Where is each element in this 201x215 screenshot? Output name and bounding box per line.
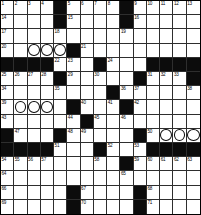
cell[interactable]: 56: [28, 157, 41, 171]
cell[interactable]: 13: [187, 1, 200, 15]
clue-number: 34: [2, 86, 7, 91]
cell[interactable]: [14, 29, 27, 43]
black-cell: [28, 143, 41, 157]
clue-number: 71: [147, 200, 152, 205]
cell[interactable]: 33: [173, 72, 186, 86]
cell[interactable]: [160, 15, 173, 29]
cell[interactable]: 29: [67, 72, 80, 86]
black-cell: [94, 58, 107, 72]
cell[interactable]: [54, 100, 67, 114]
cell[interactable]: [14, 44, 27, 58]
cell[interactable]: 31: [147, 72, 160, 86]
cell[interactable]: [28, 129, 41, 143]
clue-number: 14: [2, 15, 7, 20]
cell[interactable]: [41, 44, 54, 58]
black-cell: [54, 15, 67, 29]
circle-marker: [41, 101, 53, 113]
cell[interactable]: [147, 15, 160, 29]
cell[interactable]: 21: [81, 44, 94, 58]
black-cell: [67, 44, 80, 58]
cell[interactable]: 47: [14, 129, 27, 143]
black-cell: [160, 58, 173, 72]
cell[interactable]: 57: [41, 157, 54, 171]
cell[interactable]: [41, 200, 54, 214]
cell[interactable]: 61: [160, 157, 173, 171]
cell[interactable]: [94, 15, 107, 29]
clue-number: 40: [81, 100, 86, 105]
cell[interactable]: 54: [1, 157, 14, 171]
black-cell: [67, 186, 80, 200]
cell[interactable]: 53: [134, 143, 147, 157]
clue-number: 15: [68, 15, 73, 20]
cell[interactable]: [187, 129, 200, 143]
cell[interactable]: [173, 129, 186, 143]
cell[interactable]: [160, 129, 173, 143]
cell[interactable]: [147, 29, 160, 43]
cell[interactable]: [28, 44, 41, 58]
cell[interactable]: [187, 186, 200, 200]
cell[interactable]: 48: [67, 129, 80, 143]
black-cell: [173, 58, 186, 72]
clue-number: 67: [81, 186, 86, 191]
cell[interactable]: [147, 86, 160, 100]
black-cell: [107, 86, 120, 100]
cell[interactable]: 10: [147, 1, 160, 15]
cell[interactable]: 43: [1, 115, 14, 129]
cell[interactable]: [187, 115, 200, 129]
cell[interactable]: [173, 44, 186, 58]
black-cell: [54, 1, 67, 15]
cell[interactable]: 65: [120, 171, 133, 185]
cell[interactable]: 28: [41, 72, 54, 86]
cell[interactable]: [187, 29, 200, 43]
cell[interactable]: 41: [107, 100, 120, 114]
cell[interactable]: 62: [173, 157, 186, 171]
cell[interactable]: [81, 143, 94, 157]
circle-marker: [41, 44, 53, 56]
cell[interactable]: [147, 44, 160, 58]
cell[interactable]: [28, 29, 41, 43]
cell[interactable]: [107, 115, 120, 129]
clue-number: 10: [147, 1, 152, 6]
clue-number: 18: [55, 29, 60, 34]
clue-number: 2: [15, 1, 17, 6]
clue-number: 42: [134, 100, 139, 105]
black-cell: [134, 200, 147, 214]
cell[interactable]: 50: [147, 129, 160, 143]
black-cell: [134, 72, 147, 86]
clue-number: 52: [108, 143, 113, 148]
clue-number: 56: [28, 157, 33, 162]
cell[interactable]: [67, 29, 80, 43]
cell[interactable]: [94, 129, 107, 143]
clue-number: 30: [94, 72, 99, 77]
clue-number: 23: [68, 58, 73, 63]
black-cell: [160, 143, 173, 157]
cell[interactable]: [41, 29, 54, 43]
cell[interactable]: 64: [1, 171, 14, 185]
black-cell: [147, 143, 160, 157]
cell[interactable]: [41, 100, 54, 114]
black-cell: [1, 129, 14, 143]
cell[interactable]: 14: [1, 15, 14, 29]
cell[interactable]: [107, 72, 120, 86]
cell[interactable]: [81, 29, 94, 43]
clue-number: 54: [2, 157, 7, 162]
black-cell: [41, 58, 54, 72]
clue-number: 27: [28, 72, 33, 77]
cell[interactable]: [173, 200, 186, 214]
cell[interactable]: [54, 186, 67, 200]
black-cell: [120, 15, 133, 29]
cell[interactable]: 68: [147, 186, 160, 200]
cell[interactable]: 3: [28, 1, 41, 15]
cell[interactable]: 59: [134, 157, 147, 171]
circle-marker: [15, 101, 27, 113]
cell[interactable]: [187, 15, 200, 29]
cell[interactable]: [28, 100, 41, 114]
black-cell: [28, 58, 41, 72]
cell[interactable]: [94, 171, 107, 185]
clue-number: 51: [55, 143, 60, 148]
clue-number: 35: [55, 86, 60, 91]
circle-marker: [54, 44, 66, 56]
clue-number: 62: [174, 157, 179, 162]
clue-number: 21: [81, 44, 86, 49]
clue-number: 28: [41, 72, 46, 77]
cell[interactable]: [14, 115, 27, 129]
cell[interactable]: [28, 86, 41, 100]
clue-number: 66: [2, 186, 7, 191]
cell[interactable]: 7: [94, 1, 107, 15]
clue-number: 4: [41, 1, 43, 6]
cell[interactable]: [134, 171, 147, 185]
cell[interactable]: [94, 186, 107, 200]
clue-number: 50: [147, 129, 152, 134]
cell[interactable]: [120, 143, 133, 157]
clue-number: 58: [94, 157, 99, 162]
cell[interactable]: [107, 171, 120, 185]
cell[interactable]: [107, 44, 120, 58]
black-cell: [67, 100, 80, 114]
cell[interactable]: 71: [147, 200, 160, 214]
cell[interactable]: [107, 157, 120, 171]
cell[interactable]: [81, 15, 94, 29]
cell[interactable]: 36: [120, 86, 133, 100]
cell[interactable]: 12: [173, 1, 186, 15]
cell[interactable]: 69: [1, 200, 14, 214]
clue-number: 1: [2, 1, 4, 6]
cell[interactable]: 25: [1, 72, 14, 86]
cell[interactable]: [160, 44, 173, 58]
cell[interactable]: [120, 72, 133, 86]
clue-number: 55: [15, 157, 20, 162]
cell[interactable]: 8: [107, 1, 120, 15]
clue-number: 53: [134, 143, 139, 148]
cell[interactable]: 66: [1, 186, 14, 200]
clue-number: 31: [147, 72, 152, 77]
cell[interactable]: [107, 200, 120, 214]
cell[interactable]: [14, 200, 27, 214]
cell[interactable]: [120, 200, 133, 214]
cell[interactable]: 23: [67, 58, 80, 72]
black-cell: [187, 72, 200, 86]
cell[interactable]: [107, 186, 120, 200]
cell[interactable]: 52: [107, 143, 120, 157]
clue-number: 11: [161, 1, 165, 6]
cell[interactable]: 26: [14, 72, 27, 86]
cell[interactable]: 30: [94, 72, 107, 86]
cell[interactable]: [134, 29, 147, 43]
cell[interactable]: [160, 29, 173, 43]
black-cell: [94, 143, 107, 157]
black-cell: [134, 129, 147, 143]
cell[interactable]: 16: [134, 15, 147, 29]
cell[interactable]: [173, 115, 186, 129]
clue-number: 25: [2, 72, 7, 77]
cell[interactable]: 46: [120, 115, 133, 129]
clue-number: 70: [81, 200, 86, 205]
cell[interactable]: 55: [14, 157, 27, 171]
cell[interactable]: [173, 186, 186, 200]
circle-marker: [160, 129, 172, 141]
black-cell: [41, 143, 54, 157]
cell[interactable]: [173, 86, 186, 100]
cell[interactable]: [173, 100, 186, 114]
clue-number: 68: [147, 186, 152, 191]
black-cell: [54, 72, 67, 86]
clue-number: 24: [108, 58, 113, 63]
cell[interactable]: [41, 186, 54, 200]
cell[interactable]: 2: [14, 1, 27, 15]
black-cell: [187, 58, 200, 72]
cell[interactable]: 1: [1, 1, 14, 15]
black-cell: [1, 58, 14, 72]
cell[interactable]: [41, 15, 54, 29]
cell[interactable]: [54, 200, 67, 214]
clue-number: 12: [174, 1, 179, 6]
cell[interactable]: [28, 171, 41, 185]
cell[interactable]: 32: [160, 72, 173, 86]
clue-number: 5: [68, 1, 70, 6]
cell[interactable]: [173, 15, 186, 29]
cell[interactable]: [41, 86, 54, 100]
cell[interactable]: 19: [120, 29, 133, 43]
cell[interactable]: 20: [1, 44, 14, 58]
cell[interactable]: [54, 157, 67, 171]
cell[interactable]: [81, 86, 94, 100]
clue-number: 20: [2, 44, 7, 49]
clue-number: 22: [55, 58, 60, 63]
cell[interactable]: [41, 115, 54, 129]
cell[interactable]: [107, 29, 120, 43]
clue-number: 36: [121, 86, 126, 91]
circle-marker: [28, 101, 40, 113]
crossword-grid: 1234567891011121314151617181920212223242…: [0, 0, 201, 215]
cell[interactable]: 4: [41, 1, 54, 15]
black-cell: [81, 115, 94, 129]
black-cell: [14, 143, 27, 157]
cell[interactable]: [187, 200, 200, 214]
cell[interactable]: 5: [67, 1, 80, 15]
black-cell: [67, 200, 80, 214]
cell[interactable]: [28, 115, 41, 129]
clue-number: 44: [68, 115, 73, 120]
clue-number: 7: [94, 1, 96, 6]
cell[interactable]: [134, 44, 147, 58]
clue-number: 8: [108, 1, 110, 6]
cell[interactable]: [187, 171, 200, 185]
clue-number: 69: [2, 200, 7, 205]
clue-number: 57: [41, 157, 46, 162]
clue-number: 16: [134, 15, 139, 20]
clue-number: 29: [68, 72, 73, 77]
cell[interactable]: [120, 44, 133, 58]
cell[interactable]: [94, 200, 107, 214]
cell[interactable]: [67, 143, 80, 157]
cell[interactable]: [187, 44, 200, 58]
black-cell: [147, 58, 160, 72]
cell[interactable]: [54, 171, 67, 185]
cell[interactable]: [41, 129, 54, 143]
black-cell: [173, 143, 186, 157]
clue-number: 19: [121, 29, 126, 34]
cell[interactable]: 27: [28, 72, 41, 86]
clue-number: 32: [161, 72, 166, 77]
cell[interactable]: [147, 171, 160, 185]
cell[interactable]: [81, 72, 94, 86]
cell[interactable]: [94, 100, 107, 114]
cell[interactable]: 11: [160, 1, 173, 15]
cell[interactable]: [134, 58, 147, 72]
cell[interactable]: [67, 157, 80, 171]
cell[interactable]: 9: [134, 1, 147, 15]
clue-number: 61: [161, 157, 166, 162]
cell[interactable]: 42: [134, 100, 147, 114]
cell[interactable]: 40: [81, 100, 94, 114]
black-cell: [187, 143, 200, 157]
cell[interactable]: [14, 15, 27, 29]
cell[interactable]: [173, 171, 186, 185]
clue-number: 9: [134, 1, 136, 6]
cell[interactable]: 35: [54, 86, 67, 100]
cell[interactable]: [14, 86, 27, 100]
cell[interactable]: [94, 86, 107, 100]
black-cell: [14, 58, 27, 72]
cell[interactable]: 24: [107, 58, 120, 72]
clue-number: 33: [174, 72, 179, 77]
cell[interactable]: [94, 29, 107, 43]
cell[interactable]: [160, 171, 173, 185]
black-cell: [134, 186, 147, 200]
clue-number: 6: [81, 1, 83, 6]
cell[interactable]: 60: [147, 157, 160, 171]
clue-number: 64: [2, 171, 7, 176]
black-cell: [54, 129, 67, 143]
cell[interactable]: [14, 100, 27, 114]
clue-number: 48: [68, 129, 73, 134]
cell[interactable]: 63: [187, 157, 200, 171]
cell[interactable]: 38: [187, 86, 200, 100]
cell[interactable]: 39: [1, 100, 14, 114]
cell[interactable]: 37: [134, 86, 147, 100]
cell[interactable]: [28, 186, 41, 200]
cell[interactable]: 44: [67, 115, 80, 129]
cell[interactable]: [54, 44, 67, 58]
cell[interactable]: [120, 186, 133, 200]
cell[interactable]: [187, 100, 200, 114]
cell[interactable]: [67, 171, 80, 185]
cell[interactable]: 45: [94, 115, 107, 129]
clue-number: 3: [28, 1, 30, 6]
cell[interactable]: [173, 29, 186, 43]
clue-number: 46: [121, 115, 126, 120]
clue-number: 17: [2, 29, 7, 34]
cell[interactable]: [67, 86, 80, 100]
black-cell: [120, 100, 133, 114]
cell[interactable]: [14, 171, 27, 185]
clue-number: 37: [134, 86, 139, 91]
clue-number: 49: [81, 129, 86, 134]
cell[interactable]: [81, 157, 94, 171]
cell[interactable]: [120, 129, 133, 143]
clue-number: 59: [134, 157, 139, 162]
cell[interactable]: [147, 115, 160, 129]
cell[interactable]: [81, 171, 94, 185]
cell[interactable]: [41, 171, 54, 185]
cell[interactable]: 49: [81, 129, 94, 143]
cell[interactable]: 34: [1, 86, 14, 100]
clue-number: 43: [2, 115, 7, 120]
clue-number: 39: [2, 100, 7, 105]
cell[interactable]: [81, 58, 94, 72]
cell[interactable]: [54, 115, 67, 129]
clue-number: 45: [94, 115, 99, 120]
cell[interactable]: [28, 200, 41, 214]
cell[interactable]: [160, 86, 173, 100]
clue-number: 63: [187, 157, 192, 162]
cell[interactable]: [14, 186, 27, 200]
circle-marker: [187, 129, 200, 141]
circle-marker: [28, 44, 40, 56]
cell[interactable]: 17: [1, 29, 14, 43]
cell[interactable]: [28, 15, 41, 29]
clue-number: 65: [121, 171, 126, 176]
cell[interactable]: 51: [54, 143, 67, 157]
cell[interactable]: [147, 100, 160, 114]
cell[interactable]: 70: [81, 200, 94, 214]
cell[interactable]: [160, 115, 173, 129]
cell[interactable]: 18: [54, 29, 67, 43]
clue-number: 47: [15, 129, 20, 134]
cell[interactable]: [134, 115, 147, 129]
cell[interactable]: [107, 15, 120, 29]
cell[interactable]: [107, 129, 120, 143]
clue-number: 41: [108, 100, 113, 105]
cell[interactable]: 6: [81, 1, 94, 15]
cell[interactable]: 22: [54, 58, 67, 72]
cell[interactable]: 67: [81, 186, 94, 200]
cell[interactable]: [120, 58, 133, 72]
cell[interactable]: [160, 186, 173, 200]
circle-marker: [174, 129, 186, 141]
clue-number: 13: [187, 1, 192, 6]
cell[interactable]: [94, 44, 107, 58]
cell[interactable]: [160, 200, 173, 214]
cell[interactable]: 58: [94, 157, 107, 171]
cell[interactable]: [160, 100, 173, 114]
cell[interactable]: 15: [67, 15, 80, 29]
